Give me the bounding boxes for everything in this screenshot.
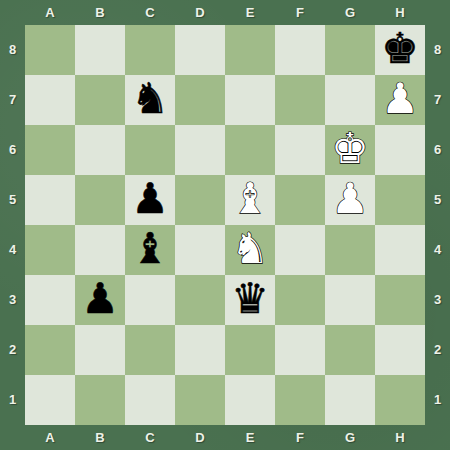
square-d1[interactable] (175, 375, 225, 425)
piece-white-king[interactable]: ♚ (331, 128, 369, 170)
square-e2[interactable] (225, 325, 275, 375)
rank-label-4: 4 (0, 225, 25, 275)
square-a4[interactable] (25, 225, 75, 275)
square-e4[interactable]: ♞ (225, 225, 275, 275)
square-b7[interactable] (75, 75, 125, 125)
square-g6[interactable]: ♚ (325, 125, 375, 175)
rank-label-8: 8 (425, 25, 450, 75)
file-label-b: B (75, 425, 125, 450)
square-d8[interactable] (175, 25, 225, 75)
square-a2[interactable] (25, 325, 75, 375)
square-e6[interactable] (225, 125, 275, 175)
file-label-a: A (25, 0, 75, 25)
rank-label-3: 3 (0, 275, 25, 325)
rank-label-3: 3 (425, 275, 450, 325)
square-b1[interactable] (75, 375, 125, 425)
piece-black-bishop[interactable]: ♝ (131, 228, 169, 270)
rank-label-4: 4 (425, 225, 450, 275)
rank-label-1: 1 (425, 375, 450, 425)
square-d4[interactable] (175, 225, 225, 275)
file-labels-top: ABCDEFGH (25, 0, 425, 25)
rank-labels-right: 87654321 (425, 25, 450, 425)
square-h6[interactable] (375, 125, 425, 175)
square-a6[interactable] (25, 125, 75, 175)
rank-label-7: 7 (425, 75, 450, 125)
square-g1[interactable] (325, 375, 375, 425)
file-label-c: C (125, 0, 175, 25)
square-b2[interactable] (75, 325, 125, 375)
square-b6[interactable] (75, 125, 125, 175)
piece-black-pawn[interactable]: ♟ (81, 278, 119, 320)
rank-label-6: 6 (0, 125, 25, 175)
square-h2[interactable] (375, 325, 425, 375)
piece-white-knight[interactable]: ♞ (231, 228, 269, 270)
square-c5[interactable]: ♟ (125, 175, 175, 225)
square-d5[interactable] (175, 175, 225, 225)
square-g3[interactable] (325, 275, 375, 325)
piece-black-king[interactable]: ♚ (381, 28, 419, 70)
rank-labels-left: 87654321 (0, 25, 25, 425)
file-label-g: G (325, 0, 375, 25)
file-label-e: E (225, 425, 275, 450)
piece-black-pawn[interactable]: ♟ (131, 178, 169, 220)
square-g4[interactable] (325, 225, 375, 275)
rank-label-1: 1 (0, 375, 25, 425)
file-label-f: F (275, 425, 325, 450)
piece-white-pawn[interactable]: ♟ (381, 78, 419, 120)
square-h7[interactable]: ♟ (375, 75, 425, 125)
square-g2[interactable] (325, 325, 375, 375)
file-label-d: D (175, 425, 225, 450)
square-a5[interactable] (25, 175, 75, 225)
square-f3[interactable] (275, 275, 325, 325)
rank-label-8: 8 (0, 25, 25, 75)
square-h8[interactable]: ♚ (375, 25, 425, 75)
square-c1[interactable] (125, 375, 175, 425)
square-a7[interactable] (25, 75, 75, 125)
rank-label-2: 2 (0, 325, 25, 375)
square-a1[interactable] (25, 375, 75, 425)
square-c6[interactable] (125, 125, 175, 175)
rank-label-7: 7 (0, 75, 25, 125)
file-labels-bottom: ABCDEFGH (25, 425, 425, 450)
file-label-c: C (125, 425, 175, 450)
file-label-e: E (225, 0, 275, 25)
file-label-h: H (375, 0, 425, 25)
rank-label-5: 5 (0, 175, 25, 225)
square-f8[interactable] (275, 25, 325, 75)
square-b5[interactable] (75, 175, 125, 225)
square-b4[interactable] (75, 225, 125, 275)
square-e7[interactable] (225, 75, 275, 125)
square-f7[interactable] (275, 75, 325, 125)
piece-black-queen[interactable]: ♛ (231, 278, 269, 320)
square-a8[interactable] (25, 25, 75, 75)
square-g8[interactable] (325, 25, 375, 75)
file-label-f: F (275, 0, 325, 25)
file-label-d: D (175, 0, 225, 25)
square-b8[interactable] (75, 25, 125, 75)
piece-black-knight[interactable]: ♞ (131, 78, 169, 120)
square-h1[interactable] (375, 375, 425, 425)
square-f4[interactable] (275, 225, 325, 275)
piece-white-bishop[interactable]: ♝ (231, 178, 269, 220)
rank-label-2: 2 (425, 325, 450, 375)
file-label-h: H (375, 425, 425, 450)
square-f5[interactable] (275, 175, 325, 225)
square-e1[interactable] (225, 375, 275, 425)
chess-board: ♚♞♟♚♟♝♟♝♞♟♛ (25, 25, 425, 425)
square-h5[interactable] (375, 175, 425, 225)
square-d6[interactable] (175, 125, 225, 175)
rank-label-6: 6 (425, 125, 450, 175)
square-f1[interactable] (275, 375, 325, 425)
square-e5[interactable]: ♝ (225, 175, 275, 225)
file-label-g: G (325, 425, 375, 450)
square-f6[interactable] (275, 125, 325, 175)
square-c3[interactable] (125, 275, 175, 325)
square-d3[interactable] (175, 275, 225, 325)
file-label-b: B (75, 0, 125, 25)
square-c4[interactable]: ♝ (125, 225, 175, 275)
square-d7[interactable] (175, 75, 225, 125)
chess-board-frame: ABCDEFGH ABCDEFGH 87654321 87654321 ♚♞♟♚… (0, 0, 450, 450)
square-h3[interactable] (375, 275, 425, 325)
square-c8[interactable] (125, 25, 175, 75)
square-h4[interactable] (375, 225, 425, 275)
rank-label-5: 5 (425, 175, 450, 225)
square-g7[interactable] (325, 75, 375, 125)
square-e8[interactable] (225, 25, 275, 75)
square-g5[interactable]: ♟ (325, 175, 375, 225)
square-b3[interactable]: ♟ (75, 275, 125, 325)
square-c2[interactable] (125, 325, 175, 375)
square-a3[interactable] (25, 275, 75, 325)
file-label-a: A (25, 425, 75, 450)
square-e3[interactable]: ♛ (225, 275, 275, 325)
square-f2[interactable] (275, 325, 325, 375)
square-c7[interactable]: ♞ (125, 75, 175, 125)
square-d2[interactable] (175, 325, 225, 375)
piece-white-pawn[interactable]: ♟ (331, 178, 369, 220)
